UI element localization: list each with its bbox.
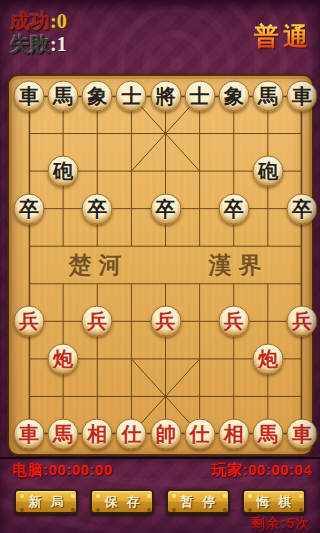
save-button-label: 保存 <box>96 493 149 511</box>
piece-black-horse-left[interactable]: 馬 <box>48 81 79 112</box>
wins-label: 成功 <box>10 10 50 32</box>
xiangqi-board[interactable]: 楚河 漢界 車馬象士將士象馬車砲砲卒卒卒卒卒兵兵兵兵兵炮炮車馬相仕帥仕相馬車 <box>7 74 314 456</box>
pause-button-label: 暂停 <box>172 493 225 511</box>
piece-red-advisor-left[interactable]: 仕 <box>116 419 147 450</box>
undo-remaining-label: 剩余: <box>251 515 287 531</box>
player-timer: 玩家:00:00:04 <box>211 461 312 480</box>
pause-button[interactable]: 暂停 <box>166 489 230 514</box>
wins-value: 0 <box>57 10 67 32</box>
player-timer-label: 玩家: <box>211 461 248 478</box>
computer-timer: 电脑:00:00:00 <box>12 461 113 480</box>
undo-remaining: 剩余:5次 <box>251 515 310 533</box>
save-button[interactable]: 保存 <box>90 489 154 514</box>
computer-timer-value: 00:00:00 <box>49 461 113 478</box>
computer-timer-label: 电脑: <box>12 461 49 478</box>
piece-black-general[interactable]: 將 <box>150 81 181 112</box>
piece-black-elephant-left[interactable]: 象 <box>82 81 113 112</box>
river-label-left: 楚河 <box>62 250 129 281</box>
piece-black-soldier-1[interactable]: 卒 <box>14 193 45 224</box>
piece-red-chariot-left[interactable]: 車 <box>14 419 45 450</box>
piece-red-chariot-right[interactable]: 車 <box>287 419 318 450</box>
new-game-button-label: 新局 <box>20 493 73 511</box>
piece-red-horse-left[interactable]: 馬 <box>48 419 79 450</box>
action-button-row: 新局 保存 暂停 悔棋 <box>0 489 320 514</box>
difficulty-badge: 普通 <box>254 20 312 53</box>
piece-black-soldier-3[interactable]: 卒 <box>150 193 181 224</box>
score-panel: 成功:0 失敗:1 <box>10 10 67 56</box>
piece-red-cannon-left[interactable]: 炮 <box>48 343 79 374</box>
new-game-button[interactable]: 新局 <box>14 489 78 514</box>
piece-black-horse-right[interactable]: 馬 <box>252 81 283 112</box>
piece-black-chariot-left[interactable]: 車 <box>14 81 45 112</box>
piece-red-horse-right[interactable]: 馬 <box>252 419 283 450</box>
piece-red-elephant-right[interactable]: 相 <box>218 419 249 450</box>
piece-red-advisor-right[interactable]: 仕 <box>184 419 215 450</box>
piece-black-soldier-2[interactable]: 卒 <box>82 193 113 224</box>
piece-red-soldier-5[interactable]: 兵 <box>287 306 318 337</box>
wins-separator: : <box>50 10 57 32</box>
losses-label: 失敗 <box>10 33 50 55</box>
footer-divider <box>0 457 320 459</box>
piece-black-cannon-left[interactable]: 砲 <box>48 156 79 187</box>
piece-red-elephant-left[interactable]: 相 <box>82 419 113 450</box>
losses-line: 失敗:1 <box>10 33 67 56</box>
piece-black-chariot-right[interactable]: 車 <box>287 81 318 112</box>
piece-black-soldier-4[interactable]: 卒 <box>218 193 249 224</box>
piece-black-cannon-right[interactable]: 砲 <box>252 156 283 187</box>
undo-button-label: 悔棋 <box>248 493 301 511</box>
piece-black-soldier-5[interactable]: 卒 <box>287 193 318 224</box>
wins-line: 成功:0 <box>10 10 67 33</box>
piece-red-soldier-4[interactable]: 兵 <box>218 306 249 337</box>
xiangqi-app: 成功:0 失敗:1 普通 <box>0 0 320 533</box>
losses-value: 1 <box>57 33 67 55</box>
player-timer-value: 00:00:04 <box>248 461 312 478</box>
piece-red-cannon-right[interactable]: 炮 <box>252 343 283 374</box>
undo-remaining-value: 5次 <box>286 515 310 531</box>
piece-red-soldier-1[interactable]: 兵 <box>14 306 45 337</box>
piece-black-advisor-left[interactable]: 士 <box>116 81 147 112</box>
losses-separator: : <box>50 33 57 55</box>
piece-red-soldier-2[interactable]: 兵 <box>82 306 113 337</box>
board-grid[interactable]: 楚河 漢界 車馬象士將士象馬車砲砲卒卒卒卒卒兵兵兵兵兵炮炮車馬相仕帥仕相馬車 <box>29 96 302 434</box>
piece-black-advisor-right[interactable]: 士 <box>184 81 215 112</box>
piece-red-soldier-3[interactable]: 兵 <box>150 306 181 337</box>
river-label-right: 漢界 <box>202 250 269 281</box>
piece-red-general[interactable]: 帥 <box>150 419 181 450</box>
piece-black-elephant-right[interactable]: 象 <box>218 81 249 112</box>
undo-button[interactable]: 悔棋 <box>242 489 306 514</box>
